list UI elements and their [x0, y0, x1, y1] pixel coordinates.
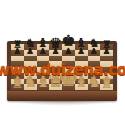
square	[88, 84, 101, 90]
square	[75, 84, 88, 90]
product-photo: ♜♞♝♛♚♝♞♜♟♟♟♟♟♟♟♟♟♟♟♟♟♟♟♟♜♞♝♛♚♝♞♜ www.dui…	[0, 0, 125, 125]
square	[37, 84, 50, 90]
board-front-rim	[7, 91, 117, 101]
square	[24, 84, 37, 90]
square	[62, 84, 75, 90]
square	[11, 84, 24, 90]
square	[49, 84, 62, 90]
square	[100, 84, 113, 90]
watermark-text: www.duizena.com	[0, 61, 125, 79]
